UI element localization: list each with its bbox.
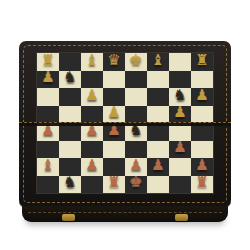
piece-brass-pawn[interactable]: ♟ (107, 105, 120, 120)
square-e1[interactable]: ♚ (125, 176, 147, 194)
square-a1[interactable] (37, 176, 59, 194)
square-g8[interactable] (169, 53, 191, 71)
clasp-icon[interactable] (62, 214, 75, 221)
square-e7[interactable] (125, 71, 147, 89)
chess-set-photo: ♜♝♛♚♝♜♟♞♟♞♟♟♟♟♟♟♞♟♝♟♟♟♟♞♜♚♜ (0, 0, 250, 250)
piece-copper-pawn[interactable]: ♟ (195, 158, 208, 173)
piece-copper-pawn[interactable]: ♟ (173, 140, 186, 155)
clasp-icon[interactable] (175, 214, 188, 221)
square-h5[interactable] (191, 106, 213, 124)
piece-brass-rook[interactable]: ♜ (195, 53, 208, 68)
square-d8[interactable]: ♛ (103, 53, 125, 71)
square-c8[interactable]: ♝ (81, 53, 103, 71)
square-d7[interactable] (103, 71, 125, 89)
square-g3[interactable]: ♟ (169, 141, 191, 159)
square-b1[interactable]: ♞ (59, 176, 81, 194)
case-side-panel (22, 206, 228, 222)
square-b3[interactable] (59, 141, 81, 159)
piece-copper-pawn[interactable]: ♟ (151, 158, 164, 173)
piece-copper-pawn[interactable]: ♟ (85, 158, 98, 173)
square-g5[interactable]: ♟ (169, 106, 191, 124)
case-side-stitching (28, 212, 222, 213)
piece-brass-knight[interactable]: ♞ (173, 88, 186, 103)
square-d3[interactable] (103, 141, 125, 159)
square-f8[interactable]: ♝ (147, 53, 169, 71)
square-f6[interactable] (147, 88, 169, 106)
square-e8[interactable]: ♚ (125, 53, 147, 71)
piece-copper-pawn[interactable]: ♟ (129, 158, 142, 173)
piece-copper-rook[interactable]: ♜ (107, 175, 120, 190)
piece-brass-pawn[interactable]: ♟ (195, 88, 208, 103)
piece-copper-rook[interactable]: ♜ (195, 175, 208, 190)
leather-chess-case: ♜♝♛♚♝♜♟♞♟♞♟♟♟♟♟♟♞♟♝♟♟♟♟♞♜♚♜ (19, 41, 231, 207)
square-d1[interactable]: ♜ (103, 176, 125, 194)
square-f2[interactable]: ♟ (147, 158, 169, 176)
square-b5[interactable] (59, 106, 81, 124)
square-c1[interactable] (81, 176, 103, 194)
piece-brass-king[interactable]: ♚ (129, 53, 142, 68)
piece-brass-queen[interactable]: ♛ (107, 53, 120, 68)
piece-brass-pawn[interactable]: ♟ (41, 70, 54, 85)
square-a6[interactable] (37, 88, 59, 106)
piece-brass-rook[interactable]: ♜ (41, 53, 54, 68)
piece-copper-bishop[interactable]: ♝ (41, 158, 54, 173)
piece-brass-pawn[interactable]: ♟ (85, 88, 98, 103)
square-f5[interactable] (147, 106, 169, 124)
square-g2[interactable] (169, 158, 191, 176)
square-e6[interactable] (125, 88, 147, 106)
square-h8[interactable]: ♜ (191, 53, 213, 71)
piece-brass-bishop[interactable]: ♝ (151, 53, 164, 68)
square-h1[interactable]: ♜ (191, 176, 213, 194)
piece-copper-knight[interactable]: ♞ (63, 175, 76, 190)
piece-copper-king[interactable]: ♚ (129, 175, 142, 190)
square-g1[interactable] (169, 176, 191, 194)
piece-brass-pawn[interactable]: ♟ (173, 105, 186, 120)
square-c2[interactable]: ♟ (81, 158, 103, 176)
square-a2[interactable]: ♝ (37, 158, 59, 176)
square-c6[interactable]: ♟ (81, 88, 103, 106)
square-f1[interactable] (147, 176, 169, 194)
piece-brass-knight[interactable]: ♞ (63, 70, 76, 85)
hinge-seam (19, 122, 231, 126)
square-f7[interactable] (147, 71, 169, 89)
square-a7[interactable]: ♟ (37, 71, 59, 89)
square-b7[interactable]: ♞ (59, 71, 81, 89)
piece-brass-bishop[interactable]: ♝ (85, 53, 98, 68)
square-h6[interactable]: ♟ (191, 88, 213, 106)
square-b6[interactable] (59, 88, 81, 106)
